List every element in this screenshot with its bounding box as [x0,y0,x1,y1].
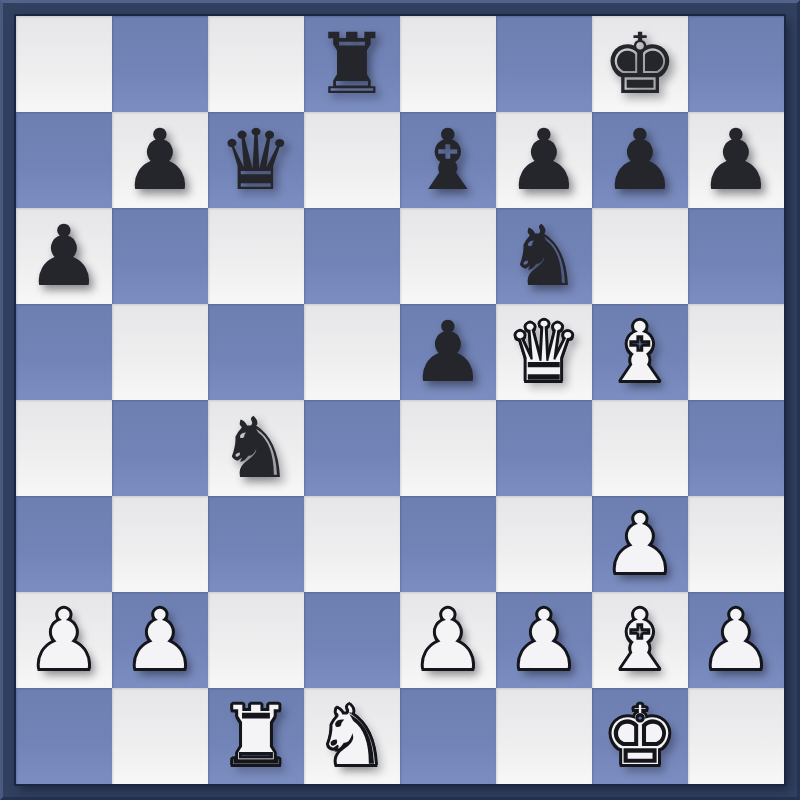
square-g1[interactable]: ♚ [592,688,688,784]
square-f2[interactable]: ♟ [496,592,592,688]
square-b2[interactable]: ♟ [112,592,208,688]
square-d2[interactable] [304,592,400,688]
square-f8[interactable] [496,16,592,112]
black-knight[interactable]: ♞ [496,208,592,304]
square-h6[interactable] [688,208,784,304]
black-pawn[interactable]: ♟ [592,112,688,208]
black-queen[interactable]: ♛ [208,112,304,208]
black-rook[interactable]: ♜ [304,16,400,112]
square-d1[interactable]: ♞ [304,688,400,784]
square-f6[interactable]: ♞ [496,208,592,304]
black-pawn[interactable]: ♟ [400,304,496,400]
black-pawn[interactable]: ♟ [688,112,784,208]
square-c8[interactable] [208,16,304,112]
white-king[interactable]: ♚ [592,688,688,784]
square-g3[interactable]: ♟ [592,496,688,592]
square-a8[interactable] [16,16,112,112]
square-b7[interactable]: ♟ [112,112,208,208]
square-a7[interactable] [16,112,112,208]
square-h1[interactable] [688,688,784,784]
square-d4[interactable] [304,400,400,496]
black-pawn[interactable]: ♟ [112,112,208,208]
square-e2[interactable]: ♟ [400,592,496,688]
square-e5[interactable]: ♟ [400,304,496,400]
square-g6[interactable] [592,208,688,304]
square-e6[interactable] [400,208,496,304]
square-f5[interactable]: ♛ [496,304,592,400]
square-b1[interactable] [112,688,208,784]
square-e1[interactable] [400,688,496,784]
white-knight[interactable]: ♞ [304,688,400,784]
square-c3[interactable] [208,496,304,592]
square-h7[interactable]: ♟ [688,112,784,208]
square-c1[interactable]: ♜ [208,688,304,784]
black-pawn[interactable]: ♟ [16,208,112,304]
square-h4[interactable] [688,400,784,496]
white-pawn[interactable]: ♟ [112,592,208,688]
square-d8[interactable]: ♜ [304,16,400,112]
square-d5[interactable] [304,304,400,400]
square-h3[interactable] [688,496,784,592]
square-b3[interactable] [112,496,208,592]
square-h5[interactable] [688,304,784,400]
square-d7[interactable] [304,112,400,208]
square-g8[interactable]: ♚ [592,16,688,112]
chess-board: ♜♚♟♛♝♟♟♟♟♞♟♛♝♞♟♟♟♟♟♝♟♜♞♚ [16,16,784,784]
square-c4[interactable]: ♞ [208,400,304,496]
square-g5[interactable]: ♝ [592,304,688,400]
white-bishop[interactable]: ♝ [592,592,688,688]
square-d3[interactable] [304,496,400,592]
square-a2[interactable]: ♟ [16,592,112,688]
square-d6[interactable] [304,208,400,304]
square-b4[interactable] [112,400,208,496]
square-g2[interactable]: ♝ [592,592,688,688]
square-c2[interactable] [208,592,304,688]
square-f1[interactable] [496,688,592,784]
square-e3[interactable] [400,496,496,592]
square-c7[interactable]: ♛ [208,112,304,208]
square-e7[interactable]: ♝ [400,112,496,208]
square-c5[interactable] [208,304,304,400]
square-h8[interactable] [688,16,784,112]
square-a6[interactable]: ♟ [16,208,112,304]
black-knight[interactable]: ♞ [208,400,304,496]
square-g7[interactable]: ♟ [592,112,688,208]
square-e8[interactable] [400,16,496,112]
square-a3[interactable] [16,496,112,592]
square-f7[interactable]: ♟ [496,112,592,208]
white-pawn[interactable]: ♟ [592,496,688,592]
square-b5[interactable] [112,304,208,400]
square-c6[interactable] [208,208,304,304]
square-e4[interactable] [400,400,496,496]
white-pawn[interactable]: ♟ [16,592,112,688]
white-bishop[interactable]: ♝ [592,304,688,400]
square-a5[interactable] [16,304,112,400]
square-b6[interactable] [112,208,208,304]
black-bishop[interactable]: ♝ [400,112,496,208]
white-pawn[interactable]: ♟ [688,592,784,688]
black-pawn[interactable]: ♟ [496,112,592,208]
square-f4[interactable] [496,400,592,496]
square-f3[interactable] [496,496,592,592]
square-a1[interactable] [16,688,112,784]
square-h2[interactable]: ♟ [688,592,784,688]
black-king[interactable]: ♚ [592,16,688,112]
square-b8[interactable] [112,16,208,112]
square-g4[interactable] [592,400,688,496]
white-queen[interactable]: ♛ [496,304,592,400]
white-rook[interactable]: ♜ [208,688,304,784]
white-pawn[interactable]: ♟ [496,592,592,688]
square-a4[interactable] [16,400,112,496]
board-frame: ♜♚♟♛♝♟♟♟♟♞♟♛♝♞♟♟♟♟♟♝♟♜♞♚ [0,0,800,800]
white-pawn[interactable]: ♟ [400,592,496,688]
